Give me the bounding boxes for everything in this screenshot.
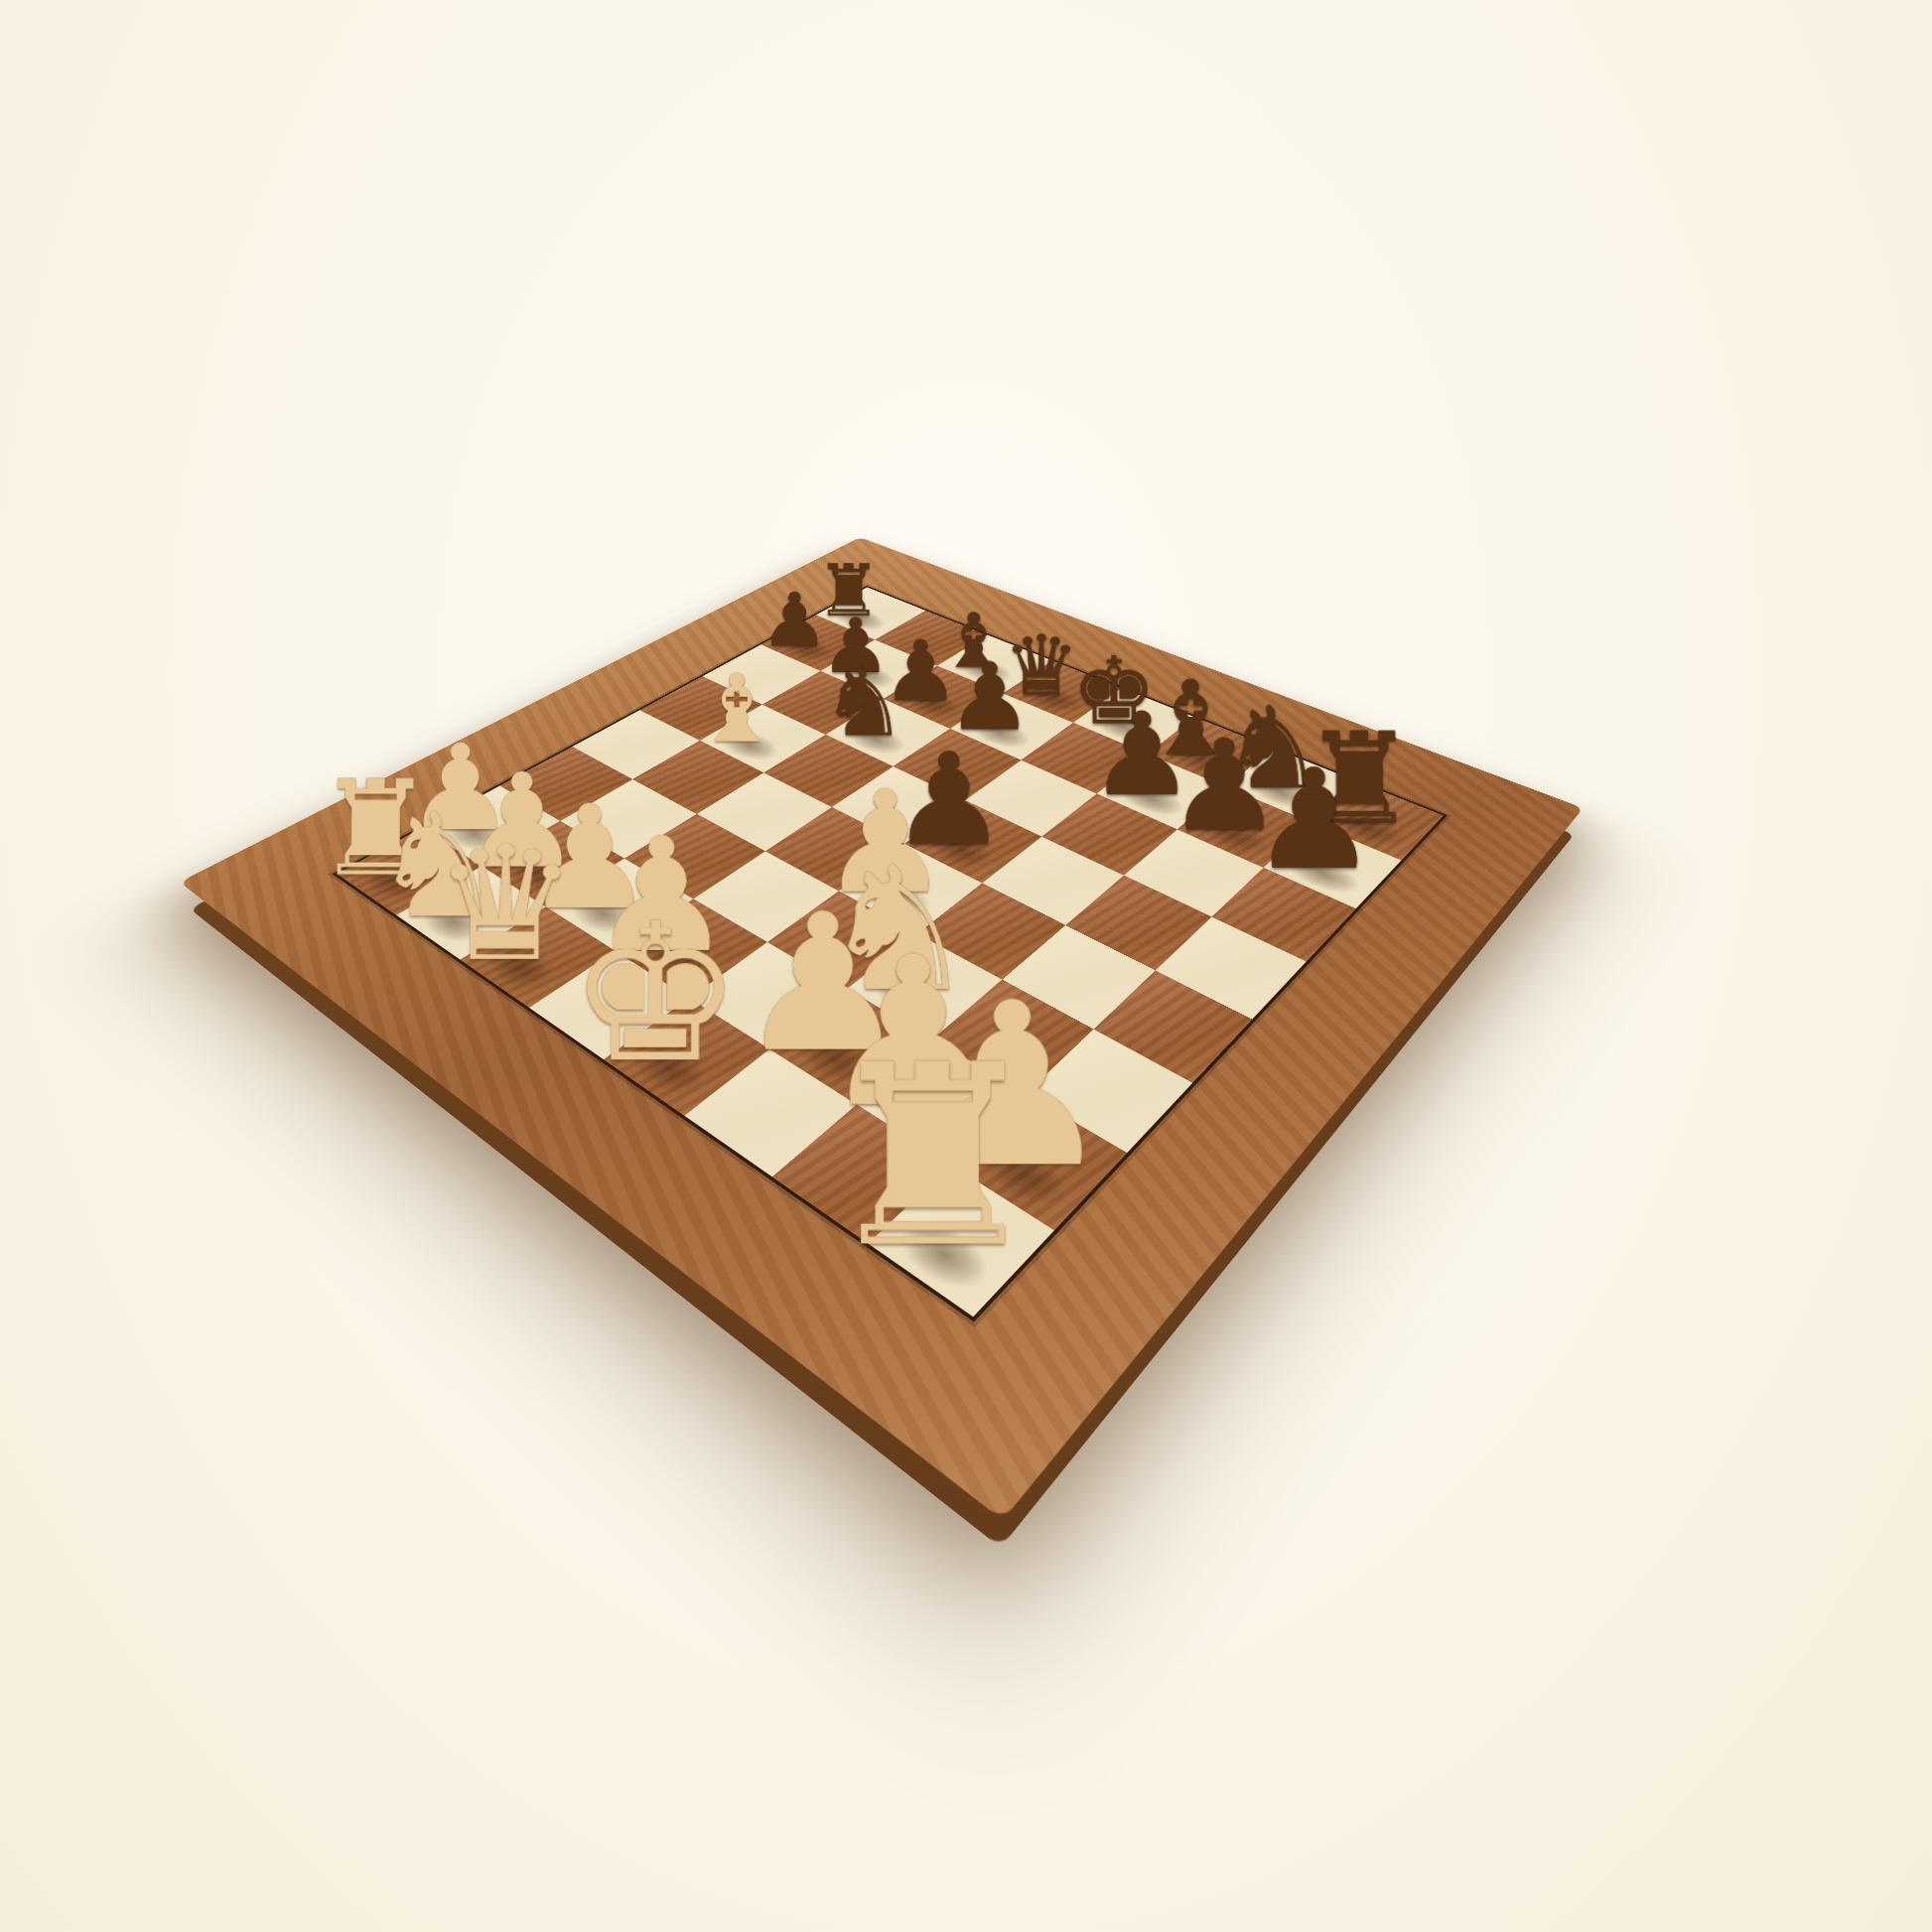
- piece-shadow: [495, 848, 579, 898]
- piece-shadow: [560, 887, 646, 941]
- piece-shadow: [410, 895, 496, 949]
- piece-black-pawn-e5: ♟: [904, 800, 1041, 883]
- piece-shadow: [963, 714, 1038, 753]
- square-h3: [1026, 1030, 1192, 1153]
- piece-shadow: [1086, 709, 1162, 748]
- chess-board-scene: ♜♝♛♚♝♞♜♟♟♟♟♟♟♟♞♝♟♟♞♟♟♟♟♟♟♟♜♞♛♚♜: [180, 537, 1584, 1520]
- board-frame: ♜♝♛♚♝♞♜♟♟♟♟♟♟♟♞♝♟♟♞♟♟♟♟♟♟♟♜♞♛♚♜: [180, 537, 1584, 1520]
- piece-shadow: [350, 855, 433, 906]
- piece-shadow: [854, 872, 941, 924]
- piece-shadow: [1162, 739, 1240, 779]
- piece-shadow: [435, 810, 514, 858]
- white-rook-glyph: ♜: [316, 767, 437, 899]
- square-e5: ♟: [904, 800, 1041, 883]
- piece-shadow: [888, 1211, 1002, 1302]
- piece-shadow: [621, 1035, 719, 1104]
- square-b4: [632, 741, 763, 814]
- piece-shadow: [476, 938, 565, 998]
- piece-shadow: [786, 1025, 885, 1093]
- piece-shadow: [918, 826, 1002, 875]
- chess-board: ♜♝♛♚♝♞♜♟♟♟♟♟♟♟♞♝♟♟♞♟♟♟♟♟♟♟♜♞♛♚♜: [337, 588, 1443, 1317]
- piece-shadow: [1111, 777, 1192, 822]
